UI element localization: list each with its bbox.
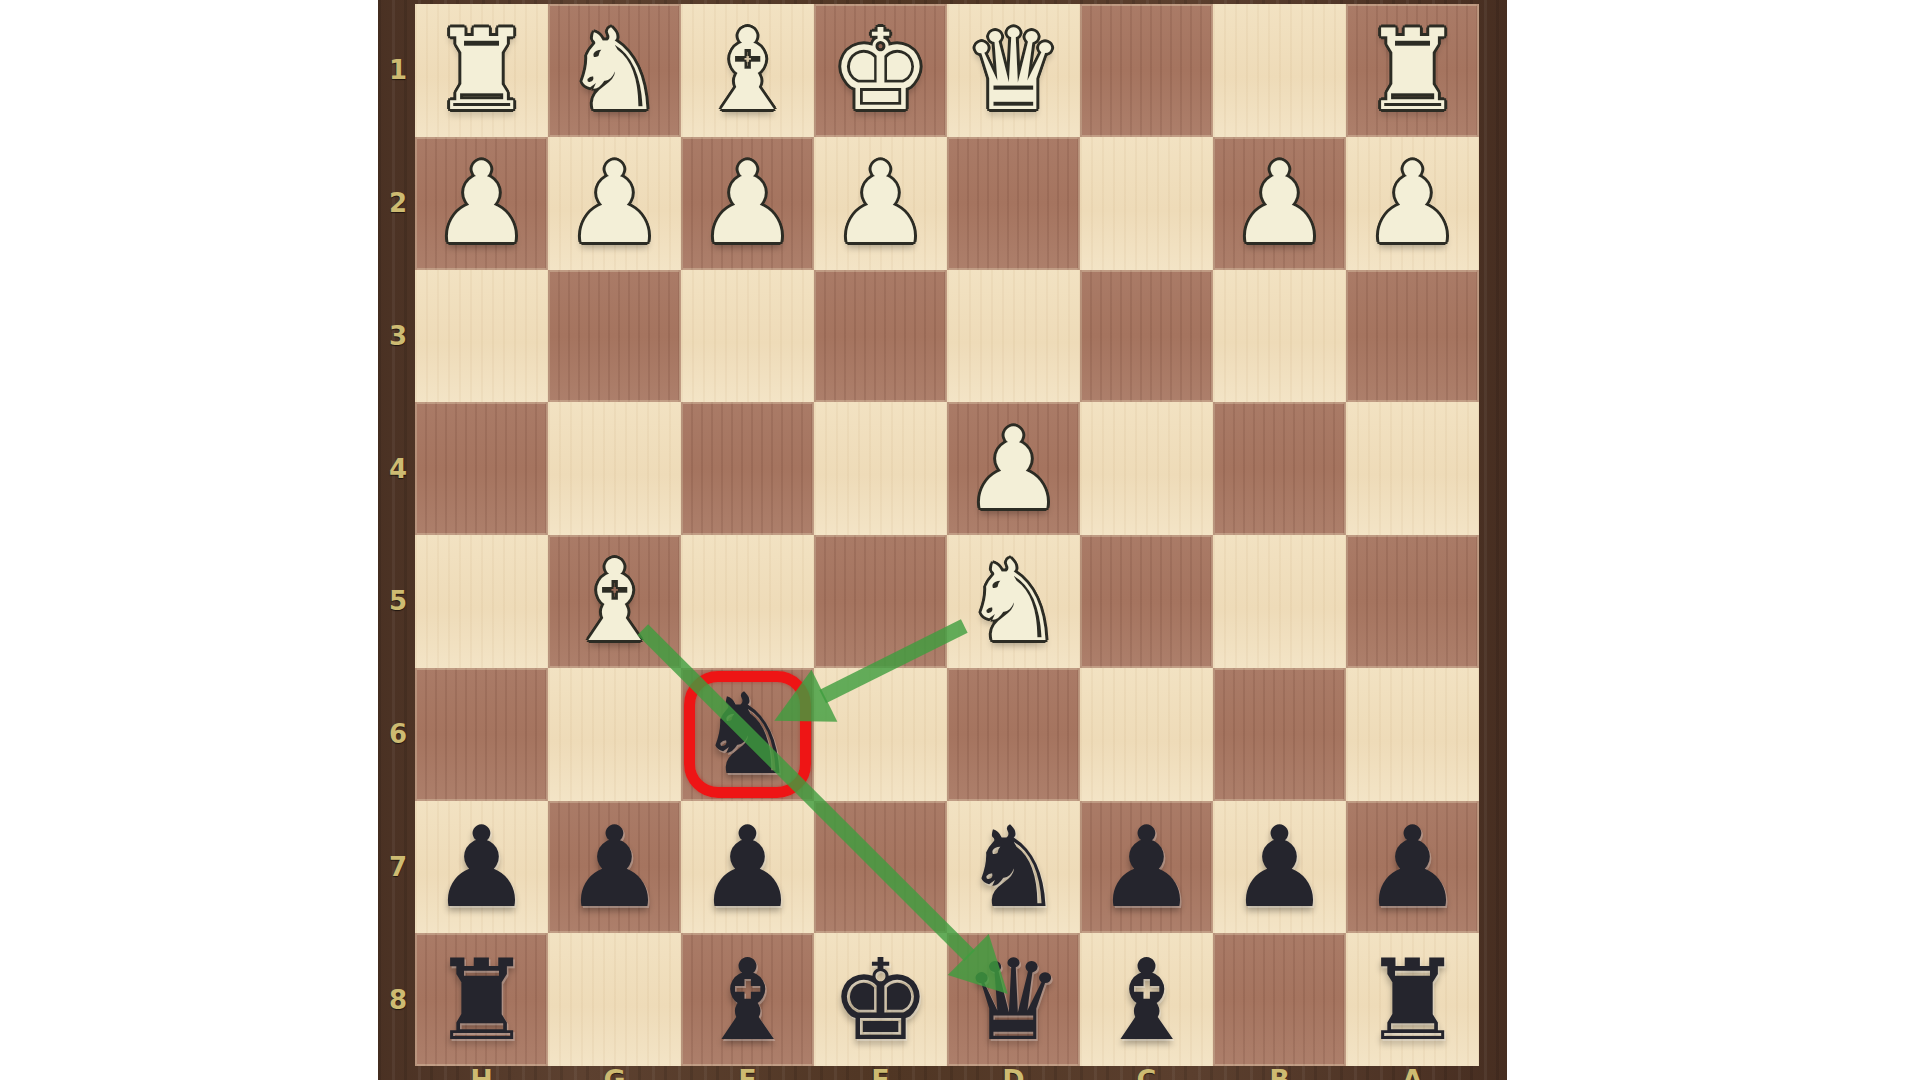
square-g2[interactable]: ♟ <box>548 137 681 270</box>
black-pawn-f7[interactable]: ♟ <box>681 801 814 934</box>
square-e2[interactable]: ♟ <box>814 137 947 270</box>
square-a3[interactable] <box>1346 270 1479 403</box>
file-label-D: D <box>1002 1064 1024 1080</box>
rank-label-4: 4 <box>382 454 414 484</box>
square-h7[interactable]: ♟ <box>415 801 548 934</box>
white-bishop-g5[interactable]: ♝ <box>548 535 681 668</box>
white-pawn-f2[interactable]: ♟ <box>681 137 814 270</box>
black-pawn-a7[interactable]: ♟ <box>1346 801 1479 934</box>
rank-label-8: 8 <box>382 985 414 1015</box>
square-e4[interactable] <box>814 402 947 535</box>
square-d2[interactable] <box>947 137 1080 270</box>
square-e1[interactable]: ♚ <box>814 4 947 137</box>
white-rook-a1[interactable]: ♜ <box>1346 4 1479 137</box>
square-b3[interactable] <box>1213 270 1346 403</box>
square-a2[interactable]: ♟ <box>1346 137 1479 270</box>
square-d6[interactable] <box>947 668 1080 801</box>
black-pawn-c7[interactable]: ♟ <box>1080 801 1213 934</box>
square-f3[interactable] <box>681 270 814 403</box>
black-rook-a8[interactable]: ♜ <box>1346 933 1479 1066</box>
square-c3[interactable] <box>1080 270 1213 403</box>
white-queen-d1[interactable]: ♛ <box>947 4 1080 137</box>
white-knight-g1[interactable]: ♞ <box>548 4 681 137</box>
square-d5[interactable]: ♞ <box>947 535 1080 668</box>
square-h8[interactable]: ♜ <box>415 933 548 1066</box>
white-pawn-g2[interactable]: ♟ <box>548 137 681 270</box>
square-e5[interactable] <box>814 535 947 668</box>
square-g6[interactable] <box>548 668 681 801</box>
white-pawn-e2[interactable]: ♟ <box>814 137 947 270</box>
square-f4[interactable] <box>681 402 814 535</box>
file-label-F: F <box>738 1064 756 1080</box>
square-g5[interactable]: ♝ <box>548 535 681 668</box>
square-b5[interactable] <box>1213 535 1346 668</box>
square-c2[interactable] <box>1080 137 1213 270</box>
square-g3[interactable] <box>548 270 681 403</box>
white-king-e1[interactable]: ♚ <box>814 4 947 137</box>
square-c7[interactable]: ♟ <box>1080 801 1213 934</box>
square-g7[interactable]: ♟ <box>548 801 681 934</box>
square-g4[interactable] <box>548 402 681 535</box>
square-e3[interactable] <box>814 270 947 403</box>
black-rook-h8[interactable]: ♜ <box>415 933 548 1066</box>
square-h3[interactable] <box>415 270 548 403</box>
square-a4[interactable] <box>1346 402 1479 535</box>
black-pawn-h7[interactable]: ♟ <box>415 801 548 934</box>
black-knight-d7[interactable]: ♞ <box>947 801 1080 934</box>
square-d3[interactable] <box>947 270 1080 403</box>
board-squares: ♜♞♝♚♛♜♟♟♟♟♟♟♟♝♞♞♟♟♟♞♟♟♟♜♝♚♛♝♜ <box>415 4 1479 1066</box>
white-pawn-b2[interactable]: ♟ <box>1213 137 1346 270</box>
white-pawn-a2[interactable]: ♟ <box>1346 137 1479 270</box>
rank-label-1: 1 <box>382 55 414 85</box>
black-knight-f6[interactable]: ♞ <box>681 668 814 801</box>
black-bishop-f8[interactable]: ♝ <box>681 933 814 1066</box>
square-b1[interactable] <box>1213 4 1346 137</box>
square-a1[interactable]: ♜ <box>1346 4 1479 137</box>
square-h4[interactable] <box>415 402 548 535</box>
square-c1[interactable] <box>1080 4 1213 137</box>
square-h2[interactable]: ♟ <box>415 137 548 270</box>
square-g1[interactable]: ♞ <box>548 4 681 137</box>
square-h6[interactable] <box>415 668 548 801</box>
square-d8[interactable]: ♛ <box>947 933 1080 1066</box>
square-a8[interactable]: ♜ <box>1346 933 1479 1066</box>
square-b2[interactable]: ♟ <box>1213 137 1346 270</box>
square-b8[interactable] <box>1213 933 1346 1066</box>
square-d7[interactable]: ♞ <box>947 801 1080 934</box>
rank-label-3: 3 <box>382 321 414 351</box>
black-bishop-c8[interactable]: ♝ <box>1080 933 1213 1066</box>
white-knight-d5[interactable]: ♞ <box>947 535 1080 668</box>
file-label-H: H <box>470 1064 493 1080</box>
file-label-B: B <box>1269 1064 1290 1080</box>
rank-label-2: 2 <box>382 188 414 218</box>
square-g8[interactable] <box>548 933 681 1066</box>
rank-label-6: 6 <box>382 719 414 749</box>
square-c6[interactable] <box>1080 668 1213 801</box>
square-h5[interactable] <box>415 535 548 668</box>
square-f5[interactable] <box>681 535 814 668</box>
chess-board: ♜♞♝♚♛♜♟♟♟♟♟♟♟♝♞♞♟♟♟♞♟♟♟♜♝♚♛♝♜ 12345678HG… <box>378 0 1507 1080</box>
black-king-e8[interactable]: ♚ <box>814 933 947 1066</box>
rank-label-7: 7 <box>382 852 414 882</box>
white-bishop-f1[interactable]: ♝ <box>681 4 814 137</box>
square-a5[interactable] <box>1346 535 1479 668</box>
square-d4[interactable]: ♟ <box>947 402 1080 535</box>
black-pawn-g7[interactable]: ♟ <box>548 801 681 934</box>
square-f6[interactable]: ♞ <box>681 668 814 801</box>
file-label-G: G <box>603 1064 625 1080</box>
black-queen-d8[interactable]: ♛ <box>947 933 1080 1066</box>
square-f2[interactable]: ♟ <box>681 137 814 270</box>
square-b7[interactable]: ♟ <box>1213 801 1346 934</box>
rank-label-5: 5 <box>382 586 414 616</box>
square-c5[interactable] <box>1080 535 1213 668</box>
file-label-A: A <box>1402 1064 1423 1080</box>
square-e6[interactable] <box>814 668 947 801</box>
black-pawn-b7[interactable]: ♟ <box>1213 801 1346 934</box>
file-label-C: C <box>1137 1064 1157 1080</box>
white-rook-h1[interactable]: ♜ <box>415 4 548 137</box>
square-a6[interactable] <box>1346 668 1479 801</box>
square-e8[interactable]: ♚ <box>814 933 947 1066</box>
square-b6[interactable] <box>1213 668 1346 801</box>
square-a7[interactable]: ♟ <box>1346 801 1479 934</box>
square-d1[interactable]: ♛ <box>947 4 1080 137</box>
square-f1[interactable]: ♝ <box>681 4 814 137</box>
white-pawn-h2[interactable]: ♟ <box>415 137 548 270</box>
square-f7[interactable]: ♟ <box>681 801 814 934</box>
square-c8[interactable]: ♝ <box>1080 933 1213 1066</box>
square-f8[interactable]: ♝ <box>681 933 814 1066</box>
square-b4[interactable] <box>1213 402 1346 535</box>
file-label-E: E <box>871 1064 889 1080</box>
square-c4[interactable] <box>1080 402 1213 535</box>
square-h1[interactable]: ♜ <box>415 4 548 137</box>
white-pawn-d4[interactable]: ♟ <box>947 402 1080 535</box>
square-e7[interactable] <box>814 801 947 934</box>
